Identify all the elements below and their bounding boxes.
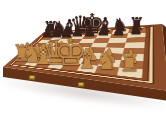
- piece-black-pawn-g7[interactable]: ♟: [112, 23, 125, 38]
- brass-clasp: [29, 75, 36, 80]
- chess-set-photo: ♜♞♝♛♚♝♞♜♟♟♟♟♟♟♟♟♟♟♟♟♟♟♟♟♜♞♝♛♚♝♞♜: [0, 0, 166, 120]
- brass-clasp: [78, 82, 85, 87]
- piece-black-pawn-h7[interactable]: ♟: [129, 22, 142, 37]
- piece-white-knight-g1[interactable]: ♞: [95, 49, 117, 74]
- piece-white-rook-h1[interactable]: ♜: [119, 52, 140, 76]
- piece-black-pawn-f7[interactable]: ♟: [97, 23, 110, 38]
